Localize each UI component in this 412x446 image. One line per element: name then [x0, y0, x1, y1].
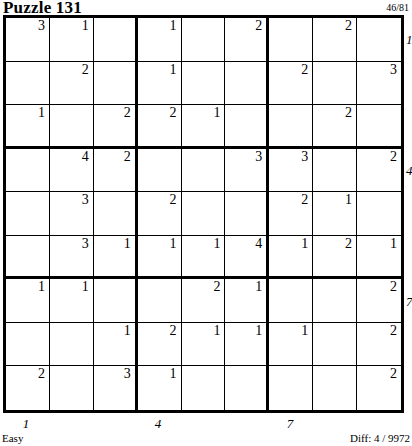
cell-r8c4[interactable]: 2: [138, 323, 182, 367]
given-digit: 3: [38, 19, 45, 34]
cell-r7c2[interactable]: 1: [50, 279, 94, 323]
cell-r4c5[interactable]: [182, 149, 226, 193]
given-digit: 1: [213, 106, 220, 121]
cell-r6c4[interactable]: 1: [138, 236, 182, 280]
given-digit: 4: [255, 237, 262, 252]
given-digit: 1: [38, 280, 45, 295]
cell-r2c4[interactable]: 1: [138, 62, 182, 106]
cell-r1c1[interactable]: 3: [6, 18, 50, 62]
given-digit: 1: [170, 367, 177, 382]
given-digit: 3: [124, 367, 131, 382]
cell-r8c7[interactable]: 1: [269, 323, 313, 367]
given-digit: 1: [38, 106, 45, 121]
given-digit: 2: [390, 150, 397, 165]
cell-r9c2[interactable]: [50, 366, 94, 410]
cell-r4c1[interactable]: [6, 149, 50, 193]
col-label-1: 1: [23, 417, 30, 430]
cell-r1c3[interactable]: [94, 18, 138, 62]
cell-r3c6[interactable]: [225, 105, 269, 149]
cell-r2c9[interactable]: 3: [357, 62, 401, 106]
cell-r5c6[interactable]: [225, 192, 269, 236]
given-digit: 1: [213, 237, 220, 252]
cell-r6c9[interactable]: 1: [357, 236, 401, 280]
cell-r7c7[interactable]: [269, 279, 313, 323]
cell-r3c9[interactable]: [357, 105, 401, 149]
cell-r5c5[interactable]: [182, 192, 226, 236]
cell-r8c2[interactable]: [50, 323, 94, 367]
cell-r6c7[interactable]: 1: [269, 236, 313, 280]
difficulty-label: Easy: [2, 432, 23, 444]
given-digit: 2: [124, 150, 131, 165]
given-digit: 3: [82, 193, 89, 208]
given-digit: 1: [170, 19, 177, 34]
given-digit: 1: [82, 280, 89, 295]
cell-r5c3[interactable]: [94, 192, 138, 236]
given-digit: 2: [124, 106, 131, 121]
given-digit: 2: [213, 280, 220, 295]
cell-r5c9[interactable]: [357, 192, 401, 236]
given-digit: 2: [170, 106, 177, 121]
given-digit: 1: [301, 237, 308, 252]
given-digit: 3: [82, 237, 89, 252]
cell-r9c8[interactable]: [313, 366, 357, 410]
cell-r1c6[interactable]: 2: [225, 18, 269, 62]
cell-r9c9[interactable]: 2: [357, 366, 401, 410]
cell-r3c8[interactable]: 2: [313, 105, 357, 149]
row-label-7: 7: [406, 295, 412, 308]
cell-r1c4[interactable]: 1: [138, 18, 182, 62]
given-digit: 2: [170, 324, 177, 339]
given-digit: 2: [345, 19, 352, 34]
given-count: 46/81: [386, 2, 409, 13]
given-digit: 2: [390, 367, 397, 382]
given-digit: 1: [170, 237, 177, 252]
given-digit: 1: [170, 63, 177, 78]
given-digit: 1: [82, 19, 89, 34]
cell-r5c8[interactable]: 1: [313, 192, 357, 236]
cell-r5c1[interactable]: [6, 192, 50, 236]
given-digit: 2: [255, 19, 262, 34]
given-digit: 1: [390, 237, 397, 252]
given-digit: 3: [301, 150, 308, 165]
given-digit: 1: [124, 237, 131, 252]
col-label-4: 4: [155, 417, 162, 430]
cell-r9c7[interactable]: [269, 366, 313, 410]
row-label-4: 4: [406, 164, 412, 177]
cell-r4c6[interactable]: 3: [225, 149, 269, 193]
cell-r6c1[interactable]: [6, 236, 50, 280]
cell-r4c9[interactable]: 2: [357, 149, 401, 193]
cell-r9c5[interactable]: [182, 366, 226, 410]
cell-r3c4[interactable]: 2: [138, 105, 182, 149]
given-digit: 2: [170, 193, 177, 208]
cell-r7c5[interactable]: 2: [182, 279, 226, 323]
cell-r7c9[interactable]: 2: [357, 279, 401, 323]
cell-r6c8[interactable]: 2: [313, 236, 357, 280]
cell-r8c3[interactable]: 1: [94, 323, 138, 367]
cell-r6c6[interactable]: 4: [225, 236, 269, 280]
given-digit: 2: [301, 63, 308, 78]
given-digit: 1: [255, 324, 262, 339]
cell-r6c3[interactable]: 1: [94, 236, 138, 280]
given-digit: 2: [301, 193, 308, 208]
cell-r6c5[interactable]: 1: [182, 236, 226, 280]
cell-r3c5[interactable]: 1: [182, 105, 226, 149]
given-digit: 1: [213, 324, 220, 339]
cell-r2c2[interactable]: 2: [50, 62, 94, 106]
cell-r8c5[interactable]: 1: [182, 323, 226, 367]
cell-r4c3[interactable]: 2: [94, 149, 138, 193]
given-digit: 1: [124, 324, 131, 339]
given-digit: 3: [255, 150, 262, 165]
cell-r8c1[interactable]: [6, 323, 50, 367]
cell-r3c7[interactable]: [269, 105, 313, 149]
given-digit: 1: [255, 280, 262, 295]
cell-r2c7[interactable]: 2: [269, 62, 313, 106]
given-digit: 2: [345, 106, 352, 121]
given-digit: 1: [301, 324, 308, 339]
given-digit: 3: [390, 63, 397, 78]
cell-r1c5[interactable]: [182, 18, 226, 62]
given-digit: 2: [82, 63, 89, 78]
cell-r3c1[interactable]: 1: [6, 105, 50, 149]
given-digit: 2: [345, 237, 352, 252]
cell-r7c4[interactable]: [138, 279, 182, 323]
cell-r7c8[interactable]: [313, 279, 357, 323]
cell-r2c5[interactable]: [182, 62, 226, 106]
cell-r7c6[interactable]: 1: [225, 279, 269, 323]
cell-r5c2[interactable]: 3: [50, 192, 94, 236]
cell-r1c8[interactable]: 2: [313, 18, 357, 62]
cell-r9c3[interactable]: 3: [94, 366, 138, 410]
cell-r3c2[interactable]: [50, 105, 94, 149]
given-digit: 2: [390, 324, 397, 339]
given-digit: 2: [38, 367, 45, 382]
cell-r9c1[interactable]: 2: [6, 366, 50, 410]
cell-r5c4[interactable]: 2: [138, 192, 182, 236]
given-digit: 1: [345, 193, 352, 208]
puzzle-grid: 3112221231221242332322131114121112121211…: [3, 15, 404, 413]
cell-r9c6[interactable]: [225, 366, 269, 410]
cell-r8c9[interactable]: 2: [357, 323, 401, 367]
cell-r1c9[interactable]: [357, 18, 401, 62]
cell-r4c8[interactable]: [313, 149, 357, 193]
row-label-1: 1: [406, 33, 412, 46]
cell-r9c4[interactable]: 1: [138, 366, 182, 410]
given-digit: 4: [82, 150, 89, 165]
col-label-7: 7: [287, 417, 294, 430]
cell-r2c8[interactable]: [313, 62, 357, 106]
cell-r4c2[interactable]: 4: [50, 149, 94, 193]
puzzle-page: Puzzle 131 46/81 31122212312212423323221…: [0, 0, 412, 446]
cell-r7c1[interactable]: 1: [6, 279, 50, 323]
diff-stat: Diff: 4 / 9972: [350, 432, 410, 444]
cell-r1c7[interactable]: [269, 18, 313, 62]
cell-r1c2[interactable]: 1: [50, 18, 94, 62]
cell-r4c7[interactable]: 3: [269, 149, 313, 193]
cell-r8c6[interactable]: 1: [225, 323, 269, 367]
given-digit: 2: [390, 280, 397, 295]
cell-r4c4[interactable]: [138, 149, 182, 193]
cell-r2c1[interactable]: [6, 62, 50, 106]
cell-r2c6[interactable]: [225, 62, 269, 106]
cell-r8c8[interactable]: [313, 323, 357, 367]
cell-r5c7[interactable]: 2: [269, 192, 313, 236]
cell-r3c3[interactable]: 2: [94, 105, 138, 149]
cell-r7c3[interactable]: [94, 279, 138, 323]
cell-r2c3[interactable]: [94, 62, 138, 106]
cell-r6c2[interactable]: 3: [50, 236, 94, 280]
